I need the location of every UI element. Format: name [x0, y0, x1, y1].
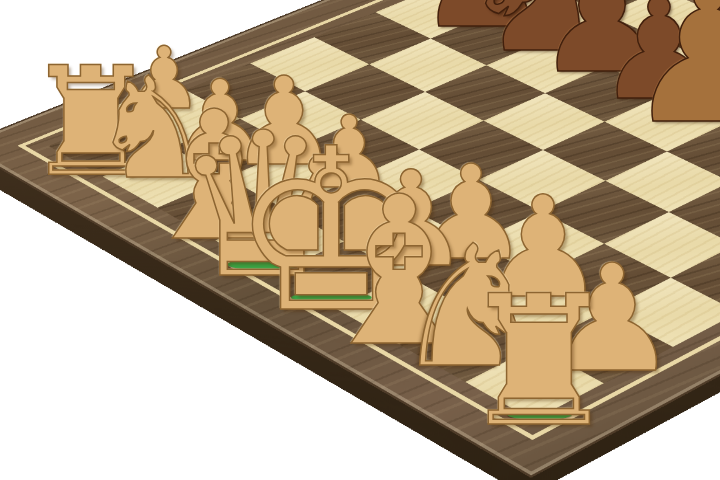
scene: ♟♞♟♟♟♟♟♟♜♞♟♝♟♟♛♟♚♝♞♟♜: [0, 0, 720, 480]
pieces-layer: ♟♞♟♟♟♟♟♟♜♞♟♝♟♟♛♟♚♝♞♟♜: [0, 0, 720, 480]
piece-black-p-e7[interactable]: ♟: [624, 0, 720, 151]
piece-white-r-h1[interactable]: ♜: [458, 272, 619, 452]
